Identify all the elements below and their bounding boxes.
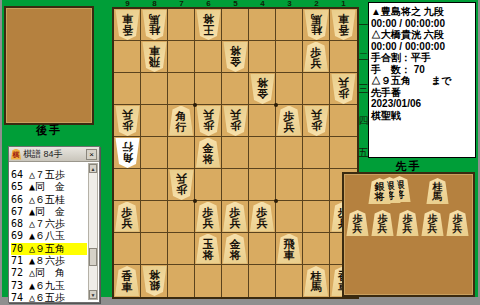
board-cell[interactable]: 金将 xyxy=(249,73,276,105)
kifu-scrollbar[interactable]: ▲ ▼ xyxy=(88,163,98,300)
shogi-piece-sente-歩兵[interactable]: 歩兵 xyxy=(223,202,248,232)
board-cell[interactable] xyxy=(168,201,195,233)
board-cell[interactable]: 金将 xyxy=(195,137,222,169)
window-left-edge xyxy=(0,0,2,305)
board-cell[interactable] xyxy=(222,169,249,201)
file-label: 4 xyxy=(249,0,276,7)
info-line: ▲豊島将之 九段 xyxy=(371,6,473,18)
shogi-piece-gote-桂馬[interactable]: 桂馬 xyxy=(142,10,167,40)
board-cell[interactable] xyxy=(141,201,168,233)
board-cell[interactable] xyxy=(114,233,141,265)
shogi-piece-sente-桂馬[interactable]: 桂馬 xyxy=(426,178,449,204)
board-cell[interactable] xyxy=(141,105,168,137)
board-cell[interactable]: 歩兵 xyxy=(303,105,330,137)
board-cell[interactable] xyxy=(249,233,276,265)
board-cell[interactable] xyxy=(276,9,303,41)
kifu-move-row[interactable]: 65 ▲同 金 xyxy=(11,181,87,193)
board-cell[interactable] xyxy=(168,265,195,297)
info-line: 先手番 xyxy=(371,87,473,99)
kifu-move-row[interactable]: 70 △９五角 xyxy=(11,243,87,255)
kifu-move-list: 64 △７五歩65 ▲同 金66 △６五桂67 ▲同 金68 △７六歩69 ▲６… xyxy=(11,169,87,302)
info-line: 2023/01/06 xyxy=(371,98,473,110)
board-cell[interactable] xyxy=(222,265,249,297)
kifu-move-row[interactable]: 67 ▲同 金 xyxy=(11,206,87,218)
board-cell[interactable] xyxy=(249,137,276,169)
shogi-piece-gote-香車[interactable]: 香車 xyxy=(115,10,140,40)
shogi-piece-sente-金将[interactable]: 金将 xyxy=(196,138,221,168)
info-line: 手合割：平手 xyxy=(371,52,473,64)
board-cell[interactable] xyxy=(303,233,330,265)
hoshi-dot xyxy=(193,103,197,107)
board-cell[interactable]: 桂馬 xyxy=(303,265,330,297)
board-cell[interactable] xyxy=(168,137,195,169)
info-line: 00:00 / 00:00:00 xyxy=(371,18,473,30)
board-cell[interactable]: 飛車 xyxy=(276,233,303,265)
file-label: 5 xyxy=(222,0,249,7)
kifu-move-row[interactable]: 71 ▲８六歩 xyxy=(11,255,87,267)
board-cell[interactable] xyxy=(195,169,222,201)
board-cell[interactable] xyxy=(249,41,276,73)
board-cell[interactable] xyxy=(195,73,222,105)
board-cell[interactable]: 歩兵 xyxy=(195,105,222,137)
board-cell[interactable] xyxy=(168,233,195,265)
shogi-piece-gote-香車[interactable]: 香車 xyxy=(331,10,356,40)
kifu-move-row[interactable]: 74 △６五歩 xyxy=(11,292,87,302)
shogi-piece-gote-金将[interactable]: 金将 xyxy=(250,74,275,104)
hoshi-dot xyxy=(274,103,278,107)
file-label: 7 xyxy=(168,0,195,7)
board-cell[interactable] xyxy=(222,9,249,41)
kifu-window-title: 棋譜 84手 xyxy=(23,148,84,161)
file-label: 9 xyxy=(114,0,141,7)
shogi-piece-gote-歩兵[interactable]: 歩兵 xyxy=(223,106,248,136)
kifu-move-row[interactable]: 73 ▲６九玉 xyxy=(11,280,87,292)
board-cell[interactable]: 銀将 xyxy=(141,265,168,297)
file-label: 3 xyxy=(276,0,303,7)
file-label: 6 xyxy=(195,0,222,7)
board-cell[interactable]: 飛車 xyxy=(141,41,168,73)
board-cell[interactable] xyxy=(303,137,330,169)
board-cell[interactable] xyxy=(249,265,276,297)
shogi-piece-gote-桂馬[interactable]: 桂馬 xyxy=(304,10,329,40)
board-cell[interactable] xyxy=(141,233,168,265)
board-cell[interactable]: 香車 xyxy=(114,265,141,297)
kifu-move-row[interactable]: 66 △６五桂 xyxy=(11,194,87,206)
board-cell[interactable] xyxy=(276,73,303,105)
board-cell[interactable]: 角行 xyxy=(168,105,195,137)
board-cell[interactable]: 桂馬 xyxy=(141,9,168,41)
board-cell[interactable] xyxy=(303,169,330,201)
shogi-piece-sente-歩兵[interactable]: 歩兵 xyxy=(371,210,394,236)
hoshi-dot xyxy=(193,199,197,203)
board-cell[interactable] xyxy=(276,201,303,233)
board-cell[interactable]: 歩兵 xyxy=(168,169,195,201)
kifu-window: 棋 棋譜 84手 × 64 △７五歩65 ▲同 金66 △６五桂67 ▲同 金6… xyxy=(8,146,100,303)
file-label: 8 xyxy=(141,0,168,7)
hoshi-dot xyxy=(274,199,278,203)
kifu-app-icon: 棋 xyxy=(11,149,21,160)
board-cell[interactable] xyxy=(114,73,141,105)
shogi-board: 香車桂馬王将桂馬香車飛車金将歩兵金将歩兵歩兵角行歩兵歩兵歩兵歩兵角行金将歩兵歩兵… xyxy=(112,7,359,299)
shogi-piece-gote-飛車[interactable]: 飛車 xyxy=(142,42,167,72)
board-cell[interactable]: 角行 xyxy=(114,137,141,169)
info-line: △大橋貴洸 六段 xyxy=(371,29,473,41)
kifu-move-row[interactable]: 69 ▲６八玉 xyxy=(11,230,87,242)
board-cell[interactable]: 歩兵 xyxy=(222,105,249,137)
board-cell[interactable]: 香車 xyxy=(330,9,357,41)
shogi-piece-gote-歩兵[interactable]: 歩兵 xyxy=(304,106,329,136)
gote-hand-tray xyxy=(4,6,94,125)
shogi-piece-sente-歩兵[interactable]: 歩兵 xyxy=(304,42,329,72)
shogi-piece-sente-歩兵[interactable]: 歩兵 xyxy=(277,106,302,136)
board-cell[interactable] xyxy=(141,169,168,201)
shogi-piece-sente-飛車[interactable]: 飛車 xyxy=(277,234,302,264)
board-cell[interactable] xyxy=(303,201,330,233)
shogi-piece-sente-金将[interactable]: 金将 xyxy=(223,234,248,264)
shogi-piece-sente-歩兵[interactable]: 歩兵 xyxy=(250,202,275,232)
board-cell[interactable]: 金将 xyxy=(222,233,249,265)
shogi-piece-sente-歩兵[interactable]: 歩兵 xyxy=(196,202,221,232)
board-cell[interactable] xyxy=(276,169,303,201)
board-cell[interactable] xyxy=(114,169,141,201)
shogi-piece-sente-歩兵[interactable]: 歩兵 xyxy=(421,210,444,236)
kifu-move-row[interactable]: 68 △７六歩 xyxy=(11,218,87,230)
board-cell[interactable] xyxy=(141,137,168,169)
board-cell[interactable]: 玉将 xyxy=(195,233,222,265)
board-cell[interactable] xyxy=(303,73,330,105)
shogi-piece-gote-銀将[interactable]: 銀将 xyxy=(142,266,167,296)
shogi-piece-sente-玉将[interactable]: 玉将 xyxy=(196,234,221,264)
board-cell[interactable] xyxy=(195,265,222,297)
board-cell[interactable] xyxy=(222,137,249,169)
file-label: 2 xyxy=(303,0,330,7)
board-cell[interactable] xyxy=(222,73,249,105)
shogi-piece-gote-歩兵[interactable]: 歩兵 xyxy=(331,74,356,104)
shogi-piece-gote-金将[interactable]: 金将 xyxy=(223,42,248,72)
board-cell[interactable] xyxy=(249,169,276,201)
scroll-up-arrow-icon[interactable]: ▲ xyxy=(89,164,97,173)
board-cell[interactable] xyxy=(249,105,276,137)
shogi-piece-sente-歩兵[interactable]: 歩兵 xyxy=(396,210,419,236)
board-cell[interactable] xyxy=(168,9,195,41)
board-cell[interactable] xyxy=(276,41,303,73)
board-cell[interactable]: 歩兵 xyxy=(195,201,222,233)
board-cell[interactable]: 香車 xyxy=(114,9,141,41)
scroll-thumb[interactable] xyxy=(89,248,97,266)
app-window: { "game": "shogi", "event_context": "Kif… xyxy=(0,0,480,305)
shogi-piece-gote-角行[interactable]: 角行 xyxy=(115,138,140,168)
scroll-down-arrow-icon[interactable]: ▼ xyxy=(89,290,97,299)
shogi-piece-sente-角行[interactable]: 角行 xyxy=(169,106,194,136)
shogi-piece-gote-歩兵[interactable]: 歩兵 xyxy=(196,106,221,136)
board-cell[interactable] xyxy=(114,41,141,73)
kifu-move-row[interactable]: 64 △７五歩 xyxy=(11,169,87,181)
shogi-piece-sente-歩兵[interactable]: 歩兵 xyxy=(346,210,369,236)
shogi-piece-gote-王将[interactable]: 王将 xyxy=(196,10,221,40)
shogi-piece-sente-桂馬[interactable]: 桂馬 xyxy=(304,266,329,296)
shogi-piece-sente-歩兵[interactable]: 歩兵 xyxy=(446,210,469,236)
board-cell[interactable]: 歩兵 xyxy=(249,201,276,233)
kifu-titlebar[interactable]: 棋 棋譜 84手 × xyxy=(9,147,99,162)
game-info-panel: ▲豊島将之 九段00:00 / 00:00:00△大橋貴洸 六段00:00 / … xyxy=(368,2,476,158)
gote-hand-label: 後手 xyxy=(4,123,94,138)
file-label: 1 xyxy=(330,0,357,7)
shogi-piece-gote-歩兵[interactable]: 歩兵 xyxy=(169,170,194,200)
board-cell[interactable] xyxy=(276,137,303,169)
board-cell[interactable] xyxy=(276,265,303,297)
close-icon[interactable]: × xyxy=(86,149,97,160)
board-cell[interactable] xyxy=(168,73,195,105)
board-cell[interactable]: 歩兵 xyxy=(330,73,357,105)
board-cell[interactable]: 歩兵 xyxy=(276,105,303,137)
info-line: △９五角 まで xyxy=(371,75,473,87)
shogi-piece-sente-歩兵[interactable]: 歩兵 xyxy=(115,202,140,232)
board-cell[interactable] xyxy=(168,41,195,73)
info-line: 手 数： 70 xyxy=(371,64,473,76)
board-cell[interactable]: 歩兵 xyxy=(303,41,330,73)
info-line: 棋聖戦 xyxy=(371,110,473,122)
board-cell[interactable] xyxy=(330,41,357,73)
board-cell[interactable]: 歩兵 xyxy=(114,201,141,233)
board-cell[interactable] xyxy=(330,105,357,137)
sente-hand-tray: 銀将銀将銀将桂馬歩兵歩兵歩兵歩兵歩兵 xyxy=(342,172,475,297)
board-cell[interactable]: 王将 xyxy=(195,9,222,41)
info-line: 00:00 / 00:00:00 xyxy=(371,41,473,53)
shogi-piece-gote-歩兵[interactable]: 歩兵 xyxy=(115,106,140,136)
board-cell[interactable] xyxy=(195,41,222,73)
board-cell[interactable]: 金将 xyxy=(222,41,249,73)
board-cell[interactable] xyxy=(141,73,168,105)
board-cell[interactable]: 桂馬 xyxy=(303,9,330,41)
board-cell[interactable] xyxy=(249,9,276,41)
board-cell[interactable]: 歩兵 xyxy=(114,105,141,137)
kifu-move-row[interactable]: 72 △同 角 xyxy=(11,267,87,279)
shogi-piece-sente-香車[interactable]: 香車 xyxy=(115,266,140,296)
board-cell[interactable]: 歩兵 xyxy=(222,201,249,233)
